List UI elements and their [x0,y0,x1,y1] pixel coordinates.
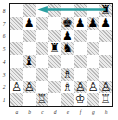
file-label-h: h [100,109,113,118]
square-d8[interactable] [48,4,61,17]
rank-labels: 87654321 [0,5,8,107]
square-d3[interactable] [48,68,61,81]
square-h6[interactable] [99,30,112,43]
square-a4[interactable] [10,55,23,68]
square-e5[interactable]: ♞ [61,42,74,55]
square-b7[interactable]: ♟ [23,17,36,30]
square-a3[interactable] [10,68,23,81]
square-d5[interactable]: ♜ [48,42,61,55]
square-f2[interactable]: ♙ [74,81,87,94]
square-h4[interactable] [99,55,112,68]
square-a7[interactable] [10,17,23,30]
piece-white-pawn: ♙ [24,81,35,94]
square-f8[interactable] [74,4,87,17]
piece-black-king: ♚ [62,17,73,30]
rank-label-8: 8 [0,5,8,18]
square-h3[interactable] [99,68,112,81]
square-e3[interactable]: ♗ [61,68,74,81]
rank-label-2: 2 [0,81,8,94]
square-f6[interactable] [74,30,87,43]
square-b5[interactable] [23,42,36,55]
chess-board: ♜♟♚♟♟♟♟♜♞♝♗♙♙♗♙♙♙♖♔♖ [9,3,113,107]
file-label-f: f [74,109,87,118]
square-h5[interactable] [99,42,112,55]
square-b8[interactable] [23,4,36,17]
square-h2[interactable]: ♙ [99,81,112,94]
piece-white-pawn: ♙ [11,81,22,94]
square-d7[interactable] [48,17,61,30]
square-g5[interactable] [87,42,100,55]
piece-black-bishop: ♝ [24,55,35,68]
file-label-e: e [62,109,75,118]
piece-white-pawn: ♙ [100,81,111,94]
square-f1[interactable]: ♔ [74,93,87,106]
square-d1[interactable] [48,93,61,106]
square-f3[interactable] [74,68,87,81]
square-g8[interactable] [87,4,100,17]
piece-white-pawn: ♙ [87,81,98,94]
square-b1[interactable] [23,93,36,106]
file-label-a: a [11,109,24,118]
piece-white-bishop: ♗ [62,68,73,81]
piece-black-rook: ♜ [49,42,60,55]
rank-label-4: 4 [0,56,8,69]
square-b4[interactable]: ♝ [23,55,36,68]
square-d2[interactable] [48,81,61,94]
square-b2[interactable]: ♙ [23,81,36,94]
file-labels: abcdefgh [11,109,113,118]
square-e6[interactable]: ♟ [61,30,74,43]
square-d6[interactable] [48,30,61,43]
square-c5[interactable] [36,42,49,55]
square-a6[interactable] [10,30,23,43]
rank-label-6: 6 [0,30,8,43]
square-b3[interactable] [23,68,36,81]
square-a5[interactable] [10,42,23,55]
square-g6[interactable] [87,30,100,43]
square-e2[interactable]: ♗ [61,81,74,94]
square-e1[interactable] [61,93,74,106]
rank-label-1: 1 [0,94,8,107]
piece-black-rook: ♜ [100,4,111,17]
piece-white-rook: ♖ [100,93,111,106]
file-label-c: c [36,109,49,118]
square-g2[interactable]: ♙ [87,81,100,94]
piece-black-pawn: ♟ [100,17,111,30]
file-label-b: b [23,109,36,118]
piece-black-pawn: ♟ [75,17,86,30]
square-a2[interactable]: ♙ [10,81,23,94]
square-h7[interactable]: ♟ [99,17,112,30]
square-f5[interactable] [74,42,87,55]
square-c1[interactable]: ♖ [36,93,49,106]
square-a1[interactable] [10,93,23,106]
square-g7[interactable]: ♟ [87,17,100,30]
square-h8[interactable]: ♜ [99,4,112,17]
rank-label-7: 7 [0,17,8,30]
square-e8[interactable] [61,4,74,17]
square-h1[interactable]: ♖ [99,93,112,106]
square-f7[interactable]: ♟ [74,17,87,30]
square-b6[interactable] [23,30,36,43]
piece-black-knight: ♞ [62,42,73,55]
piece-white-king: ♔ [75,93,86,106]
square-e4[interactable] [61,55,74,68]
square-g1[interactable] [87,93,100,106]
rank-label-5: 5 [0,43,8,56]
square-c8[interactable] [36,4,49,17]
square-g4[interactable] [87,55,100,68]
rank-label-3: 3 [0,68,8,81]
square-e7[interactable]: ♚ [61,17,74,30]
piece-white-rook: ♖ [36,93,47,106]
square-c2[interactable] [36,81,49,94]
square-c7[interactable] [36,17,49,30]
square-f4[interactable] [74,55,87,68]
square-d4[interactable] [48,55,61,68]
square-g3[interactable] [87,68,100,81]
square-a8[interactable] [10,4,23,17]
square-c3[interactable] [36,68,49,81]
square-c4[interactable] [36,55,49,68]
file-label-g: g [87,109,100,118]
piece-black-pawn: ♟ [87,17,98,30]
piece-white-bishop: ♗ [62,81,73,94]
square-c6[interactable] [36,30,49,43]
file-label-d: d [49,109,62,118]
piece-black-pawn: ♟ [24,17,35,30]
piece-black-pawn: ♟ [62,30,73,43]
piece-white-pawn: ♙ [75,81,86,94]
